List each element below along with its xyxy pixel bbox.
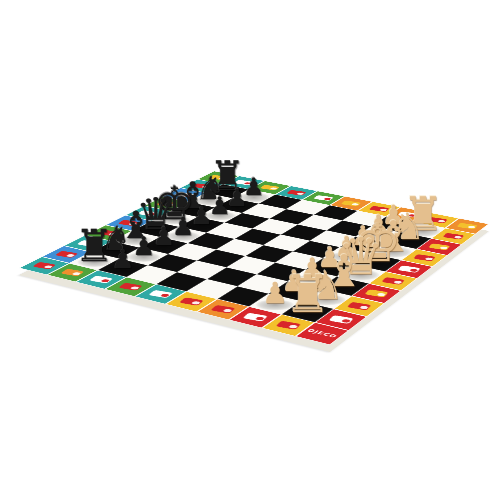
tree-icon-detail <box>323 197 331 200</box>
sun-icon-detail <box>351 203 359 206</box>
mask-icon <box>243 313 268 322</box>
house-icon-detail <box>296 192 304 195</box>
giraffe-icon-detail <box>72 272 82 276</box>
pencils-icon <box>210 305 235 314</box>
dancer-icon <box>365 289 389 297</box>
flags-square-icon <box>329 315 354 324</box>
acrobat-icon <box>428 243 450 250</box>
sailboat-icon <box>89 276 113 284</box>
harlequin-icon <box>347 302 371 310</box>
flags-square-icon-detail <box>341 319 351 323</box>
tower-icon-detail <box>43 265 53 269</box>
pencils-icon-detail <box>222 308 232 312</box>
piece-black-pawn-c7[interactable]: ♟ <box>152 224 175 249</box>
whale-icon-detail <box>160 293 170 297</box>
parrot-icon <box>413 254 435 261</box>
scribble-icon <box>179 297 204 305</box>
house-icon <box>286 190 306 196</box>
piece-white-rook-a1[interactable]: ♜ <box>285 268 331 320</box>
dancer-icon-detail <box>377 293 386 297</box>
scribble-icon-detail <box>191 301 201 305</box>
star-icon <box>457 223 478 229</box>
sailboat-icon-detail <box>100 279 110 283</box>
ladybird-icon <box>118 283 142 291</box>
tower-icon <box>32 262 56 269</box>
juggler-icon-detail <box>409 268 418 272</box>
clown-icon-detail <box>393 280 402 284</box>
piece-black-pawn-a7[interactable]: ♟ <box>111 246 134 272</box>
parrot-icon-detail <box>425 257 434 260</box>
tree-icon <box>313 195 333 201</box>
whale-icon <box>148 290 173 298</box>
acrobat-icon-detail <box>439 246 448 249</box>
jack-icon-detail <box>288 324 298 328</box>
clown-icon <box>381 277 404 285</box>
ladybird-icon-detail <box>130 286 140 290</box>
product-photo-stage: DJECO ♜♞♝♛♚♝♞♜♟♟♟♟♟♟♟♟♟♟♟♟♟♟♟♟♜♞♝♛♚♝♞♜ <box>0 0 500 500</box>
duck-icon-detail <box>270 187 278 190</box>
star-icon-detail <box>467 225 475 228</box>
sun-icon <box>341 200 361 206</box>
piece-black-pawn-b7[interactable]: ♟ <box>132 235 155 261</box>
jester-icon <box>443 233 464 240</box>
jester-icon-detail <box>454 236 462 239</box>
harlequin-icon-detail <box>359 305 369 309</box>
piece-black-pawn-d7[interactable]: ♟ <box>172 214 194 239</box>
piece-black-rook-a8[interactable]: ♜ <box>75 224 114 268</box>
mask-icon-detail <box>255 316 265 320</box>
